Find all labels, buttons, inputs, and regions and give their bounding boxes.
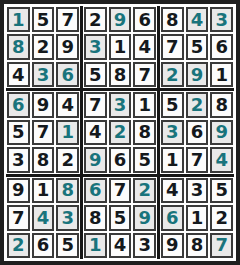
cell-r3c8[interactable]: 9 — [186, 62, 209, 87]
cell-r1c8[interactable]: 4 — [186, 7, 209, 32]
cell-r8c5[interactable]: 5 — [109, 205, 132, 230]
cell-r9c8[interactable]: 8 — [186, 233, 209, 258]
cell-r3c7[interactable]: 2 — [161, 62, 184, 87]
cell-r4c1[interactable]: 6 — [7, 92, 30, 117]
cell-r4c8[interactable]: 2 — [186, 92, 209, 117]
cell-r9c9[interactable]: 7 — [210, 233, 233, 258]
cell-r1c4[interactable]: 2 — [84, 7, 107, 32]
cell-r9c6[interactable]: 3 — [133, 233, 156, 258]
cell-r3c4[interactable]: 5 — [84, 62, 107, 87]
cell-r2c8[interactable]: 5 — [186, 34, 209, 59]
cell-r4c7[interactable]: 5 — [161, 92, 184, 117]
cell-r5c3[interactable]: 1 — [56, 120, 79, 145]
cell-r1c2[interactable]: 5 — [32, 7, 55, 32]
cell-r3c6[interactable]: 7 — [133, 62, 156, 87]
cell-r4c4[interactable]: 7 — [84, 92, 107, 117]
cell-r7c2[interactable]: 1 — [32, 178, 55, 203]
cell-r2c1[interactable]: 8 — [7, 34, 30, 59]
cell-r7c7[interactable]: 4 — [161, 178, 184, 203]
cell-r7c6[interactable]: 2 — [133, 178, 156, 203]
cell-r9c4[interactable]: 1 — [84, 233, 107, 258]
cell-r5c6[interactable]: 8 — [133, 120, 156, 145]
cell-r5c4[interactable]: 4 — [84, 120, 107, 145]
cell-r7c8[interactable]: 3 — [186, 178, 209, 203]
box-separator-vertical — [157, 6, 160, 259]
cell-r1c7[interactable]: 8 — [161, 7, 184, 32]
cell-r1c3[interactable]: 7 — [56, 7, 79, 32]
cell-r4c9[interactable]: 8 — [210, 92, 233, 117]
cell-r4c5[interactable]: 3 — [109, 92, 132, 117]
cell-r8c1[interactable]: 7 — [7, 205, 30, 230]
cell-r6c4[interactable]: 9 — [84, 147, 107, 172]
cell-r7c4[interactable]: 6 — [84, 178, 107, 203]
cell-r8c4[interactable]: 8 — [84, 205, 107, 230]
cell-r8c7[interactable]: 6 — [161, 205, 184, 230]
cell-r5c8[interactable]: 6 — [186, 120, 209, 145]
cell-r4c6[interactable]: 1 — [133, 92, 156, 117]
box-separator-horizontal — [6, 174, 234, 177]
cell-r6c2[interactable]: 8 — [32, 147, 55, 172]
cell-r8c2[interactable]: 4 — [32, 205, 55, 230]
cell-r5c9[interactable]: 9 — [210, 120, 233, 145]
cell-r9c3[interactable]: 5 — [56, 233, 79, 258]
cell-r9c7[interactable]: 9 — [161, 233, 184, 258]
cell-r8c6[interactable]: 9 — [133, 205, 156, 230]
cell-r7c3[interactable]: 8 — [56, 178, 79, 203]
cell-r1c5[interactable]: 9 — [109, 7, 132, 32]
cell-r2c7[interactable]: 7 — [161, 34, 184, 59]
cell-r6c8[interactable]: 7 — [186, 147, 209, 172]
cell-r7c9[interactable]: 5 — [210, 178, 233, 203]
cell-r1c9[interactable]: 3 — [210, 7, 233, 32]
cell-r8c8[interactable]: 1 — [186, 205, 209, 230]
cell-r3c5[interactable]: 8 — [109, 62, 132, 87]
cell-r5c2[interactable]: 7 — [32, 120, 55, 145]
cell-r6c7[interactable]: 1 — [161, 147, 184, 172]
box-separator-horizontal — [6, 88, 234, 91]
cell-r7c1[interactable]: 9 — [7, 178, 30, 203]
cell-r2c4[interactable]: 3 — [84, 34, 107, 59]
cell-r6c6[interactable]: 5 — [133, 147, 156, 172]
cell-r3c2[interactable]: 3 — [32, 62, 55, 87]
cell-r3c9[interactable]: 1 — [210, 62, 233, 87]
sudoku-board: 1572968438293147564365872916947315285714… — [0, 0, 240, 265]
cell-r6c5[interactable]: 6 — [109, 147, 132, 172]
cell-r3c1[interactable]: 4 — [7, 62, 30, 87]
cell-r5c1[interactable]: 5 — [7, 120, 30, 145]
cell-r9c5[interactable]: 4 — [109, 233, 132, 258]
cell-r3c3[interactable]: 6 — [56, 62, 79, 87]
cell-r5c7[interactable]: 3 — [161, 120, 184, 145]
cell-r6c3[interactable]: 2 — [56, 147, 79, 172]
sudoku-grid: 1572968438293147564365872916947315285714… — [6, 6, 234, 259]
cell-r2c2[interactable]: 2 — [32, 34, 55, 59]
cell-r9c2[interactable]: 6 — [32, 233, 55, 258]
cell-r5c5[interactable]: 2 — [109, 120, 132, 145]
cell-r1c6[interactable]: 6 — [133, 7, 156, 32]
cell-r6c1[interactable]: 3 — [7, 147, 30, 172]
cell-r9c1[interactable]: 2 — [7, 233, 30, 258]
cell-r8c3[interactable]: 3 — [56, 205, 79, 230]
cell-r1c1[interactable]: 1 — [7, 7, 30, 32]
cell-r8c9[interactable]: 2 — [210, 205, 233, 230]
cell-r6c9[interactable]: 4 — [210, 147, 233, 172]
box-separator-vertical — [80, 6, 83, 259]
cell-r4c2[interactable]: 9 — [32, 92, 55, 117]
cell-r7c5[interactable]: 7 — [109, 178, 132, 203]
cell-r2c6[interactable]: 4 — [133, 34, 156, 59]
cell-r2c5[interactable]: 1 — [109, 34, 132, 59]
cell-r2c3[interactable]: 9 — [56, 34, 79, 59]
cell-r4c3[interactable]: 4 — [56, 92, 79, 117]
cell-r2c9[interactable]: 6 — [210, 34, 233, 59]
